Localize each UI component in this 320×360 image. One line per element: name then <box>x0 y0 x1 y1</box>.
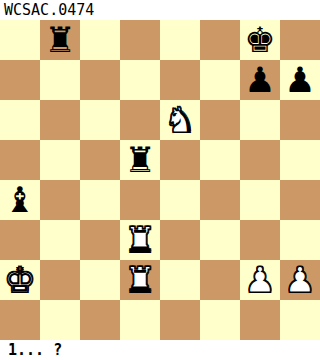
square-d4[interactable] <box>120 180 160 220</box>
square-g2[interactable]: ♟ <box>240 260 280 300</box>
black-bishop[interactable]: ♝ <box>4 180 35 220</box>
square-a3[interactable] <box>0 220 40 260</box>
square-h5[interactable] <box>280 140 320 180</box>
square-a5[interactable] <box>0 140 40 180</box>
square-a4[interactable]: ♝ <box>0 180 40 220</box>
square-b3[interactable] <box>40 220 80 260</box>
black-pawn[interactable]: ♟ <box>244 60 275 100</box>
square-d7[interactable] <box>120 60 160 100</box>
black-rook[interactable]: ♜ <box>44 20 75 60</box>
square-h6[interactable] <box>280 100 320 140</box>
square-f1[interactable] <box>200 300 240 340</box>
square-g8[interactable]: ♚ <box>240 20 280 60</box>
square-a1[interactable] <box>0 300 40 340</box>
square-g4[interactable] <box>240 180 280 220</box>
square-f6[interactable] <box>200 100 240 140</box>
square-d1[interactable] <box>120 300 160 340</box>
chess-board: ♜♚♟♟♞♜♝♜♚♜♟♟ <box>0 20 320 340</box>
square-f7[interactable] <box>200 60 240 100</box>
square-d3[interactable]: ♜ <box>120 220 160 260</box>
square-c3[interactable] <box>80 220 120 260</box>
square-b1[interactable] <box>40 300 80 340</box>
square-a2[interactable]: ♚ <box>0 260 40 300</box>
square-d8[interactable] <box>120 20 160 60</box>
square-b2[interactable] <box>40 260 80 300</box>
black-pawn[interactable]: ♟ <box>284 60 315 100</box>
square-g1[interactable] <box>240 300 280 340</box>
square-h4[interactable] <box>280 180 320 220</box>
square-c1[interactable] <box>80 300 120 340</box>
white-rook[interactable]: ♜ <box>124 260 155 300</box>
square-h1[interactable] <box>280 300 320 340</box>
square-c6[interactable] <box>80 100 120 140</box>
square-d5[interactable]: ♜ <box>120 140 160 180</box>
square-g7[interactable]: ♟ <box>240 60 280 100</box>
square-h8[interactable] <box>280 20 320 60</box>
chess-puzzle-page: WCSAC.0474 ♜♚♟♟♞♜♝♜♚♜♟♟ 1... ? <box>0 0 320 360</box>
square-f5[interactable] <box>200 140 240 180</box>
square-b8[interactable]: ♜ <box>40 20 80 60</box>
black-king[interactable]: ♚ <box>244 20 275 60</box>
square-b5[interactable] <box>40 140 80 180</box>
square-f3[interactable] <box>200 220 240 260</box>
square-c2[interactable] <box>80 260 120 300</box>
square-a6[interactable] <box>0 100 40 140</box>
square-g3[interactable] <box>240 220 280 260</box>
square-e4[interactable] <box>160 180 200 220</box>
black-rook[interactable]: ♜ <box>124 140 155 180</box>
square-e3[interactable] <box>160 220 200 260</box>
square-d2[interactable]: ♜ <box>120 260 160 300</box>
square-f8[interactable] <box>200 20 240 60</box>
square-f2[interactable] <box>200 260 240 300</box>
square-h2[interactable]: ♟ <box>280 260 320 300</box>
square-c5[interactable] <box>80 140 120 180</box>
square-c7[interactable] <box>80 60 120 100</box>
square-a8[interactable] <box>0 20 40 60</box>
puzzle-title: WCSAC.0474 <box>0 0 320 20</box>
square-e8[interactable] <box>160 20 200 60</box>
square-f4[interactable] <box>200 180 240 220</box>
square-c4[interactable] <box>80 180 120 220</box>
move-prompt: 1... ? <box>0 340 320 360</box>
square-e2[interactable] <box>160 260 200 300</box>
square-e6[interactable]: ♞ <box>160 100 200 140</box>
square-e7[interactable] <box>160 60 200 100</box>
square-e5[interactable] <box>160 140 200 180</box>
white-pawn[interactable]: ♟ <box>284 260 315 300</box>
square-h3[interactable] <box>280 220 320 260</box>
square-e1[interactable] <box>160 300 200 340</box>
square-h7[interactable]: ♟ <box>280 60 320 100</box>
square-d6[interactable] <box>120 100 160 140</box>
square-g6[interactable] <box>240 100 280 140</box>
white-rook[interactable]: ♜ <box>124 220 155 260</box>
square-a7[interactable] <box>0 60 40 100</box>
white-knight[interactable]: ♞ <box>164 100 195 140</box>
square-b7[interactable] <box>40 60 80 100</box>
square-b4[interactable] <box>40 180 80 220</box>
square-b6[interactable] <box>40 100 80 140</box>
white-king[interactable]: ♚ <box>4 260 35 300</box>
square-c8[interactable] <box>80 20 120 60</box>
square-g5[interactable] <box>240 140 280 180</box>
white-pawn[interactable]: ♟ <box>244 260 275 300</box>
